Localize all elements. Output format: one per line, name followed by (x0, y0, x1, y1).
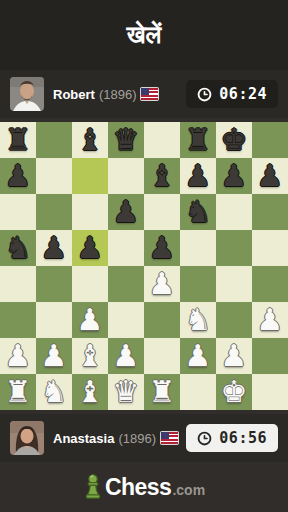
us-flag-icon (161, 432, 178, 444)
square-d7[interactable] (108, 158, 144, 194)
opponent-clock-time: 06:24 (219, 85, 267, 103)
square-e8[interactable] (144, 122, 180, 158)
player-name: Anastasia (53, 431, 114, 446)
square-d1[interactable]: ♛ (108, 374, 144, 410)
piece-white-knight: ♞ (41, 374, 68, 410)
square-a3[interactable] (0, 302, 36, 338)
square-b2[interactable]: ♟ (36, 338, 72, 374)
piece-white-rook: ♜ (149, 374, 176, 410)
piece-black-knight: ♞ (185, 194, 212, 230)
piece-black-pawn: ♟ (257, 158, 284, 194)
square-a1[interactable]: ♜ (0, 374, 36, 410)
square-b5[interactable]: ♟ (36, 230, 72, 266)
clock-icon (197, 87, 212, 102)
square-b4[interactable] (36, 266, 72, 302)
square-h7[interactable]: ♟ (252, 158, 288, 194)
square-f2[interactable]: ♟ (180, 338, 216, 374)
piece-white-pawn: ♟ (221, 338, 248, 374)
clock-icon (197, 431, 212, 446)
square-e1[interactable]: ♜ (144, 374, 180, 410)
square-f5[interactable] (180, 230, 216, 266)
piece-black-pawn: ♟ (77, 230, 104, 266)
square-g2[interactable]: ♟ (216, 338, 252, 374)
square-c7[interactable] (72, 158, 108, 194)
opponent-player-bar: Robert (1896) 06:24 (0, 70, 288, 118)
square-f6[interactable]: ♞ (180, 194, 216, 230)
square-f4[interactable] (180, 266, 216, 302)
square-b1[interactable]: ♞ (36, 374, 72, 410)
square-g7[interactable]: ♟ (216, 158, 252, 194)
square-c6[interactable] (72, 194, 108, 230)
square-f8[interactable]: ♜ (180, 122, 216, 158)
square-h5[interactable] (252, 230, 288, 266)
piece-white-rook: ♜ (5, 374, 32, 410)
square-d3[interactable] (108, 302, 144, 338)
piece-black-pawn: ♟ (185, 158, 212, 194)
square-d2[interactable]: ♟ (108, 338, 144, 374)
square-a6[interactable] (0, 194, 36, 230)
avatar-anastasia-photo (10, 421, 44, 455)
piece-black-rook: ♜ (185, 122, 212, 158)
player-rating: (1896) (118, 431, 156, 446)
square-d5[interactable] (108, 230, 144, 266)
footer: Chess .com (0, 462, 288, 512)
piece-white-bishop: ♝ (77, 338, 104, 374)
square-f7[interactable]: ♟ (180, 158, 216, 194)
square-g1[interactable]: ♚ (216, 374, 252, 410)
square-c4[interactable] (72, 266, 108, 302)
piece-black-rook: ♜ (5, 122, 32, 158)
square-f3[interactable]: ♞ (180, 302, 216, 338)
square-b7[interactable] (36, 158, 72, 194)
opponent-name: Robert (53, 87, 95, 102)
piece-black-queen: ♛ (113, 122, 140, 158)
brand-tld: .com (172, 482, 205, 498)
piece-black-knight: ♞ (5, 230, 32, 266)
player-clock-time: 06:56 (219, 429, 267, 447)
square-a4[interactable] (0, 266, 36, 302)
square-c8[interactable]: ♝ (72, 122, 108, 158)
piece-black-pawn: ♟ (149, 230, 176, 266)
opponent-rating: (1896) (99, 87, 137, 102)
chesscom-logo: Chess .com (83, 474, 205, 501)
square-b3[interactable] (36, 302, 72, 338)
square-b8[interactable] (36, 122, 72, 158)
piece-white-knight: ♞ (185, 302, 212, 338)
piece-black-pawn: ♟ (5, 158, 32, 194)
square-d4[interactable] (108, 266, 144, 302)
piece-white-pawn: ♟ (257, 302, 284, 338)
square-c3[interactable]: ♟ (72, 302, 108, 338)
piece-white-king: ♚ (221, 374, 248, 410)
square-g8[interactable]: ♚ (216, 122, 252, 158)
opponent-avatar[interactable] (10, 77, 44, 111)
square-g3[interactable] (216, 302, 252, 338)
piece-white-pawn: ♟ (113, 338, 140, 374)
piece-white-queen: ♛ (113, 374, 140, 410)
opponent-info: Robert (1896) (53, 87, 186, 102)
chess-app: खेलें Robert (1896) 06:24 (0, 0, 288, 512)
square-h4[interactable] (252, 266, 288, 302)
opponent-clock: 06:24 (186, 80, 278, 108)
piece-white-pawn: ♟ (5, 338, 32, 374)
chess-board: ♜♝♛♜♚♟♝♟♟♟♟♞♞♟♟♟♟♟♞♟♟♟♝♟♟♟♜♞♝♛♜♚ (0, 122, 288, 410)
square-a5[interactable]: ♞ (0, 230, 36, 266)
piece-white-pawn: ♟ (41, 338, 68, 374)
square-a7[interactable]: ♟ (0, 158, 36, 194)
title-bar: खेलें (0, 0, 288, 70)
player-player-bar: Anastasia (1896) 06:56 (0, 414, 288, 462)
page-title: खेलें (127, 21, 161, 49)
square-d8[interactable]: ♛ (108, 122, 144, 158)
square-c5[interactable]: ♟ (72, 230, 108, 266)
piece-black-bishop: ♝ (77, 122, 104, 158)
player-info: Anastasia (1896) (53, 431, 186, 446)
piece-black-bishop: ♝ (149, 158, 176, 194)
square-e6[interactable] (144, 194, 180, 230)
square-d6[interactable]: ♟ (108, 194, 144, 230)
square-c1[interactable]: ♝ (72, 374, 108, 410)
piece-white-bishop: ♝ (77, 374, 104, 410)
piece-black-pawn: ♟ (41, 230, 68, 266)
piece-white-pawn: ♟ (77, 302, 104, 338)
square-h8[interactable] (252, 122, 288, 158)
square-c2[interactable]: ♝ (72, 338, 108, 374)
square-e7[interactable]: ♝ (144, 158, 180, 194)
square-a2[interactable]: ♟ (0, 338, 36, 374)
piece-black-king: ♚ (221, 122, 248, 158)
player-avatar[interactable] (10, 421, 44, 455)
square-f1[interactable] (180, 374, 216, 410)
square-e4[interactable]: ♟ (144, 266, 180, 302)
square-h2[interactable] (252, 338, 288, 374)
square-h6[interactable] (252, 194, 288, 230)
piece-black-pawn: ♟ (113, 194, 140, 230)
piece-white-pawn: ♟ (185, 338, 212, 374)
square-g4[interactable] (216, 266, 252, 302)
square-e5[interactable]: ♟ (144, 230, 180, 266)
square-e3[interactable] (144, 302, 180, 338)
square-g6[interactable] (216, 194, 252, 230)
square-g5[interactable] (216, 230, 252, 266)
square-h1[interactable] (252, 374, 288, 410)
square-e2[interactable] (144, 338, 180, 374)
brand-name: Chess (105, 474, 172, 501)
square-h3[interactable]: ♟ (252, 302, 288, 338)
avatar-robert-photo (10, 77, 44, 111)
chess-pawn-logo-icon (83, 473, 103, 499)
piece-white-pawn: ♟ (149, 266, 176, 302)
us-flag-icon (141, 88, 158, 100)
square-b6[interactable] (36, 194, 72, 230)
player-clock-active: 06:56 (186, 424, 278, 452)
piece-black-pawn: ♟ (221, 158, 248, 194)
square-a8[interactable]: ♜ (0, 122, 36, 158)
